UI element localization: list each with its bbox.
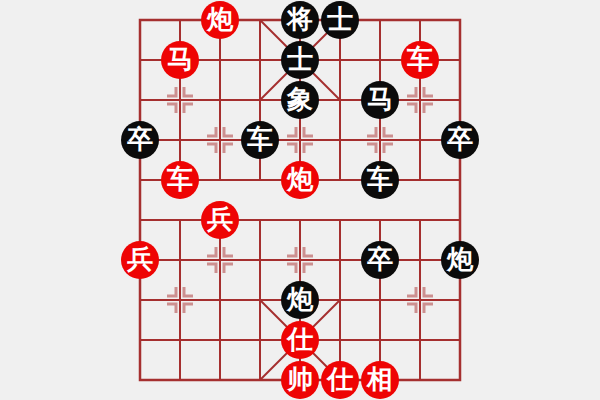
piece-black-cannon[interactable]: 炮 (441, 241, 479, 279)
piece-red-king[interactable]: 帅 (281, 361, 319, 399)
piece-black-chariot[interactable]: 车 (241, 121, 279, 159)
piece-red-chariot[interactable]: 车 (401, 41, 439, 79)
piece-black-chariot[interactable]: 车 (361, 161, 399, 199)
piece-black-soldier[interactable]: 卒 (441, 121, 479, 159)
piece-red-cannon[interactable]: 炮 (281, 161, 319, 199)
piece-red-horse[interactable]: 马 (161, 41, 199, 79)
piece-red-elephant[interactable]: 相 (361, 361, 399, 399)
piece-black-advisor[interactable]: 士 (281, 41, 319, 79)
xiangqi-board: 炮将士马士车象马卒车卒车炮车兵兵卒炮炮仕帅仕相 (0, 0, 600, 400)
piece-red-soldier[interactable]: 兵 (121, 241, 159, 279)
piece-red-cannon[interactable]: 炮 (201, 1, 239, 39)
piece-red-advisor[interactable]: 仕 (281, 321, 319, 359)
piece-black-soldier[interactable]: 卒 (361, 241, 399, 279)
piece-red-advisor[interactable]: 仕 (321, 361, 359, 399)
piece-black-elephant[interactable]: 象 (281, 81, 319, 119)
piece-black-advisor[interactable]: 士 (321, 1, 359, 39)
piece-red-soldier[interactable]: 兵 (201, 201, 239, 239)
piece-black-soldier[interactable]: 卒 (121, 121, 159, 159)
piece-black-horse[interactable]: 马 (361, 81, 399, 119)
piece-black-cannon[interactable]: 炮 (281, 281, 319, 319)
board-grid: 炮将士马士车象马卒车卒车炮车兵兵卒炮炮仕帅仕相 (120, 0, 480, 400)
piece-red-chariot[interactable]: 车 (161, 161, 199, 199)
piece-black-general[interactable]: 将 (281, 1, 319, 39)
